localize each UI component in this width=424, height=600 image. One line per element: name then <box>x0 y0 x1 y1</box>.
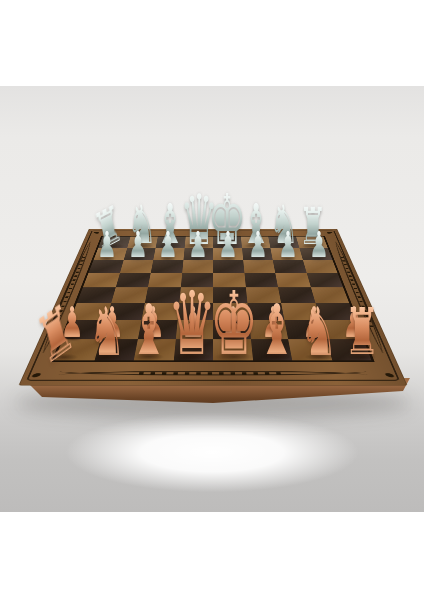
board-square <box>88 260 123 273</box>
board-square <box>127 237 158 248</box>
board-grid <box>51 236 374 362</box>
board-square <box>148 273 182 287</box>
board-square <box>303 260 338 273</box>
board-square <box>249 320 288 339</box>
board-square <box>83 273 120 287</box>
board-square <box>134 339 176 360</box>
board-square <box>241 237 271 248</box>
board-square <box>98 237 130 248</box>
board-square <box>213 248 243 260</box>
product-photo-scene: ♜♞♝♛♚♝♞♜♟♟♟♟♟♟♟♟♟♟♟♟♟♟♟♟♜♞♝♛♚♝♞♜ <box>0 0 424 600</box>
board-square <box>273 260 307 273</box>
board-square <box>251 339 293 360</box>
board-square <box>175 320 213 339</box>
board-square <box>145 287 181 303</box>
board-square <box>138 320 177 339</box>
board-square <box>183 248 213 260</box>
board-square <box>270 248 302 260</box>
board-square <box>268 237 299 248</box>
board-square <box>213 303 249 320</box>
board-square <box>77 287 116 303</box>
board-square <box>179 287 213 303</box>
board-square <box>123 248 155 260</box>
board-square <box>115 273 150 287</box>
board-square <box>142 303 179 320</box>
board-square <box>100 320 141 339</box>
board-square <box>213 320 251 339</box>
board-square <box>244 273 278 287</box>
board-square <box>111 287 148 303</box>
board-square <box>70 303 111 320</box>
board-square <box>243 260 275 273</box>
board-square <box>94 248 127 260</box>
board-square <box>320 320 363 339</box>
board-square <box>296 237 328 248</box>
board-square <box>281 303 320 320</box>
board-square <box>213 273 246 287</box>
board-square <box>213 287 247 303</box>
board-square <box>173 339 213 360</box>
board-square <box>120 260 154 273</box>
board-square <box>182 260 213 273</box>
board-square <box>177 303 213 320</box>
board-square <box>153 248 184 260</box>
inlay-diamond-chain <box>139 372 287 375</box>
board-square <box>306 273 343 287</box>
board-square <box>242 248 273 260</box>
board-square <box>151 260 183 273</box>
board-square <box>55 339 101 360</box>
board-square <box>156 237 186 248</box>
board-square <box>326 339 372 360</box>
board-square <box>180 273 213 287</box>
board-square <box>299 248 332 260</box>
board-square <box>63 320 106 339</box>
board-square <box>94 339 138 360</box>
board-square <box>246 287 282 303</box>
board-square <box>106 303 145 320</box>
front-border-inlay <box>56 365 371 383</box>
board-square <box>213 260 244 273</box>
board-square <box>184 237 213 248</box>
board-square <box>288 339 332 360</box>
board-square <box>278 287 315 303</box>
board-square <box>315 303 356 320</box>
board-square <box>213 237 242 248</box>
board-square <box>247 303 284 320</box>
board-square <box>284 320 325 339</box>
board-square <box>275 273 310 287</box>
board-square <box>311 287 350 303</box>
board-square <box>213 339 253 360</box>
